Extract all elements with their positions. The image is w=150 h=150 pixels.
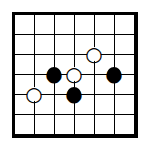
intersection-c5r4[interactable] (104, 84, 124, 104)
intersection-c5r1[interactable] (104, 24, 124, 44)
intersection-c0r1[interactable] (4, 24, 24, 44)
intersection-c4r1[interactable] (84, 24, 104, 44)
intersection-c0r6[interactable] (4, 124, 24, 144)
intersection-c6r6[interactable] (124, 124, 144, 144)
white-stone[interactable]: ○ (87, 47, 101, 61)
intersection-c4r2[interactable]: ○ (84, 44, 104, 64)
intersection-c3r1[interactable] (64, 24, 84, 44)
intersection-c5r3[interactable]: ● (104, 64, 124, 84)
intersection-c1r5[interactable] (24, 104, 44, 124)
intersection-c1r1[interactable] (24, 24, 44, 44)
go-diagram: ○●○●○● (0, 0, 150, 150)
intersection-c3r4[interactable]: ● (64, 84, 84, 104)
intersection-c5r0[interactable] (104, 4, 124, 24)
black-stone[interactable]: ● (67, 87, 81, 101)
go-board: ○●○●○● (4, 4, 144, 144)
intersection-c0r2[interactable] (4, 44, 24, 64)
intersection-c2r6[interactable] (44, 124, 64, 144)
intersection-c6r2[interactable] (124, 44, 144, 64)
intersection-c2r2[interactable] (44, 44, 64, 64)
white-stone[interactable]: ○ (67, 67, 81, 81)
intersection-c1r0[interactable] (24, 4, 44, 24)
black-stone[interactable]: ● (107, 67, 121, 81)
intersection-c6r1[interactable] (124, 24, 144, 44)
black-stone[interactable]: ● (47, 67, 61, 81)
intersection-c3r3[interactable]: ○ (64, 64, 84, 84)
intersection-c1r2[interactable] (24, 44, 44, 64)
intersection-c3r6[interactable] (64, 124, 84, 144)
intersection-c4r6[interactable] (84, 124, 104, 144)
intersection-c0r3[interactable] (4, 64, 24, 84)
intersection-c6r3[interactable] (124, 64, 144, 84)
intersection-c4r0[interactable] (84, 4, 104, 24)
intersection-c2r3[interactable]: ● (44, 64, 64, 84)
intersection-c4r4[interactable] (84, 84, 104, 104)
intersection-c0r4[interactable] (4, 84, 24, 104)
intersection-c2r1[interactable] (44, 24, 64, 44)
intersection-c5r2[interactable] (104, 44, 124, 64)
intersection-c3r0[interactable] (64, 4, 84, 24)
intersection-c2r5[interactable] (44, 104, 64, 124)
intersection-c1r3[interactable] (24, 64, 44, 84)
intersection-c3r5[interactable] (64, 104, 84, 124)
white-stone[interactable]: ○ (27, 87, 41, 101)
intersection-c6r4[interactable] (124, 84, 144, 104)
intersection-c5r5[interactable] (104, 104, 124, 124)
intersection-c0r5[interactable] (4, 104, 24, 124)
intersection-c0r0[interactable] (4, 4, 24, 24)
intersection-c2r4[interactable] (44, 84, 64, 104)
intersection-c4r5[interactable] (84, 104, 104, 124)
intersection-c1r4[interactable]: ○ (24, 84, 44, 104)
intersection-c3r2[interactable] (64, 44, 84, 64)
intersection-c1r6[interactable] (24, 124, 44, 144)
intersection-c5r6[interactable] (104, 124, 124, 144)
intersection-c6r0[interactable] (124, 4, 144, 24)
intersection-c6r5[interactable] (124, 104, 144, 124)
intersection-c2r0[interactable] (44, 4, 64, 24)
intersection-c4r3[interactable] (84, 64, 104, 84)
